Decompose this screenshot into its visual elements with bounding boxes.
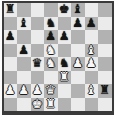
black-knight-e4-icon: ♞ (59, 57, 70, 71)
square-e3[interactable]: ♜ (58, 71, 72, 85)
square-g4[interactable]: ♟ (85, 57, 99, 71)
square-b7[interactable]: ♝ (17, 17, 31, 31)
square-c1[interactable]: ♚ (31, 98, 45, 112)
square-c7[interactable] (31, 17, 45, 31)
square-e8[interactable]: ♚ (58, 3, 72, 17)
square-d4[interactable]: ♞ (44, 57, 58, 71)
square-g1[interactable] (85, 98, 99, 112)
square-f3[interactable] (71, 71, 85, 85)
white-pawn-f4-icon: ♟ (72, 57, 83, 71)
square-b4[interactable] (17, 57, 31, 71)
square-b2[interactable]: ♟ (17, 84, 31, 98)
square-d1[interactable]: ♜ (44, 98, 58, 112)
black-knight-d7-icon: ♞ (45, 16, 56, 30)
square-f1[interactable] (71, 98, 85, 112)
black-rook-h2-icon: ♜ (99, 84, 110, 98)
square-h1[interactable] (98, 98, 112, 112)
square-a5[interactable] (4, 44, 18, 58)
square-h8[interactable] (98, 3, 112, 17)
square-h7[interactable] (98, 17, 112, 31)
square-h6[interactable] (98, 30, 112, 44)
black-queen-c4-icon: ♛ (32, 57, 43, 71)
white-knight-d5-icon: ♞ (45, 43, 56, 57)
white-pawn-a2-icon: ♟ (5, 84, 16, 98)
square-f7[interactable]: ♟ (71, 17, 85, 31)
black-bishop-b7-icon: ♝ (18, 16, 29, 30)
white-rook-d1-icon: ♜ (45, 97, 56, 111)
square-f6[interactable] (71, 30, 85, 44)
square-h2[interactable]: ♜ (98, 84, 112, 98)
square-h5[interactable] (98, 44, 112, 58)
chessboard-screenshot: ♜♚♝♝♞♟♟♟♟♟♟♞♝♛♞♞♟♟♜♟♟♟♛♝♜♚♜ (0, 0, 115, 115)
black-bishop-f8-icon: ♝ (72, 3, 83, 17)
square-a2[interactable]: ♟ (4, 84, 18, 98)
white-pawn-b2-icon: ♟ (18, 84, 29, 98)
white-bishop-g5-icon: ♝ (86, 43, 97, 57)
square-a8[interactable]: ♜ (4, 3, 18, 17)
white-king-c1-icon: ♚ (32, 97, 43, 111)
black-pawn-f7-icon: ♟ (72, 16, 83, 30)
square-e2[interactable] (58, 84, 72, 98)
square-h4[interactable] (98, 57, 112, 71)
white-pawn-c2-icon: ♟ (32, 84, 43, 98)
square-a1[interactable] (4, 98, 18, 112)
black-rook-a8-icon: ♜ (5, 3, 16, 17)
black-pawn-e6-icon: ♟ (59, 30, 70, 44)
square-e1[interactable] (58, 98, 72, 112)
square-f4[interactable]: ♟ (71, 57, 85, 71)
chess-board: ♜♚♝♝♞♟♟♟♟♟♟♞♝♛♞♞♟♟♜♟♟♟♛♝♜♚♜ (2, 1, 114, 115)
square-c4[interactable]: ♛ (31, 57, 45, 71)
square-b1[interactable] (17, 98, 31, 112)
square-g2[interactable]: ♝ (85, 84, 99, 98)
square-f2[interactable] (71, 84, 85, 98)
white-rook-e3-icon: ♜ (59, 70, 70, 84)
black-king-e8-icon: ♚ (59, 3, 70, 17)
white-bishop-g2-icon: ♝ (86, 84, 97, 98)
black-pawn-d6-icon: ♟ (45, 30, 56, 44)
black-pawn-g7-icon: ♟ (86, 16, 97, 30)
white-knight-d4-icon: ♞ (45, 57, 56, 71)
black-pawn-a6-icon: ♟ (5, 30, 16, 44)
square-c6[interactable] (31, 30, 45, 44)
square-g7[interactable]: ♟ (85, 17, 99, 31)
white-pawn-g4-icon: ♟ (86, 57, 97, 71)
square-c8[interactable] (31, 3, 45, 17)
square-a4[interactable] (4, 57, 18, 71)
square-b5[interactable]: ♟ (17, 44, 31, 58)
square-e6[interactable]: ♟ (58, 30, 72, 44)
square-a6[interactable]: ♟ (4, 30, 18, 44)
black-pawn-b5-icon: ♟ (18, 43, 29, 57)
white-queen-d2-icon: ♛ (45, 84, 56, 98)
